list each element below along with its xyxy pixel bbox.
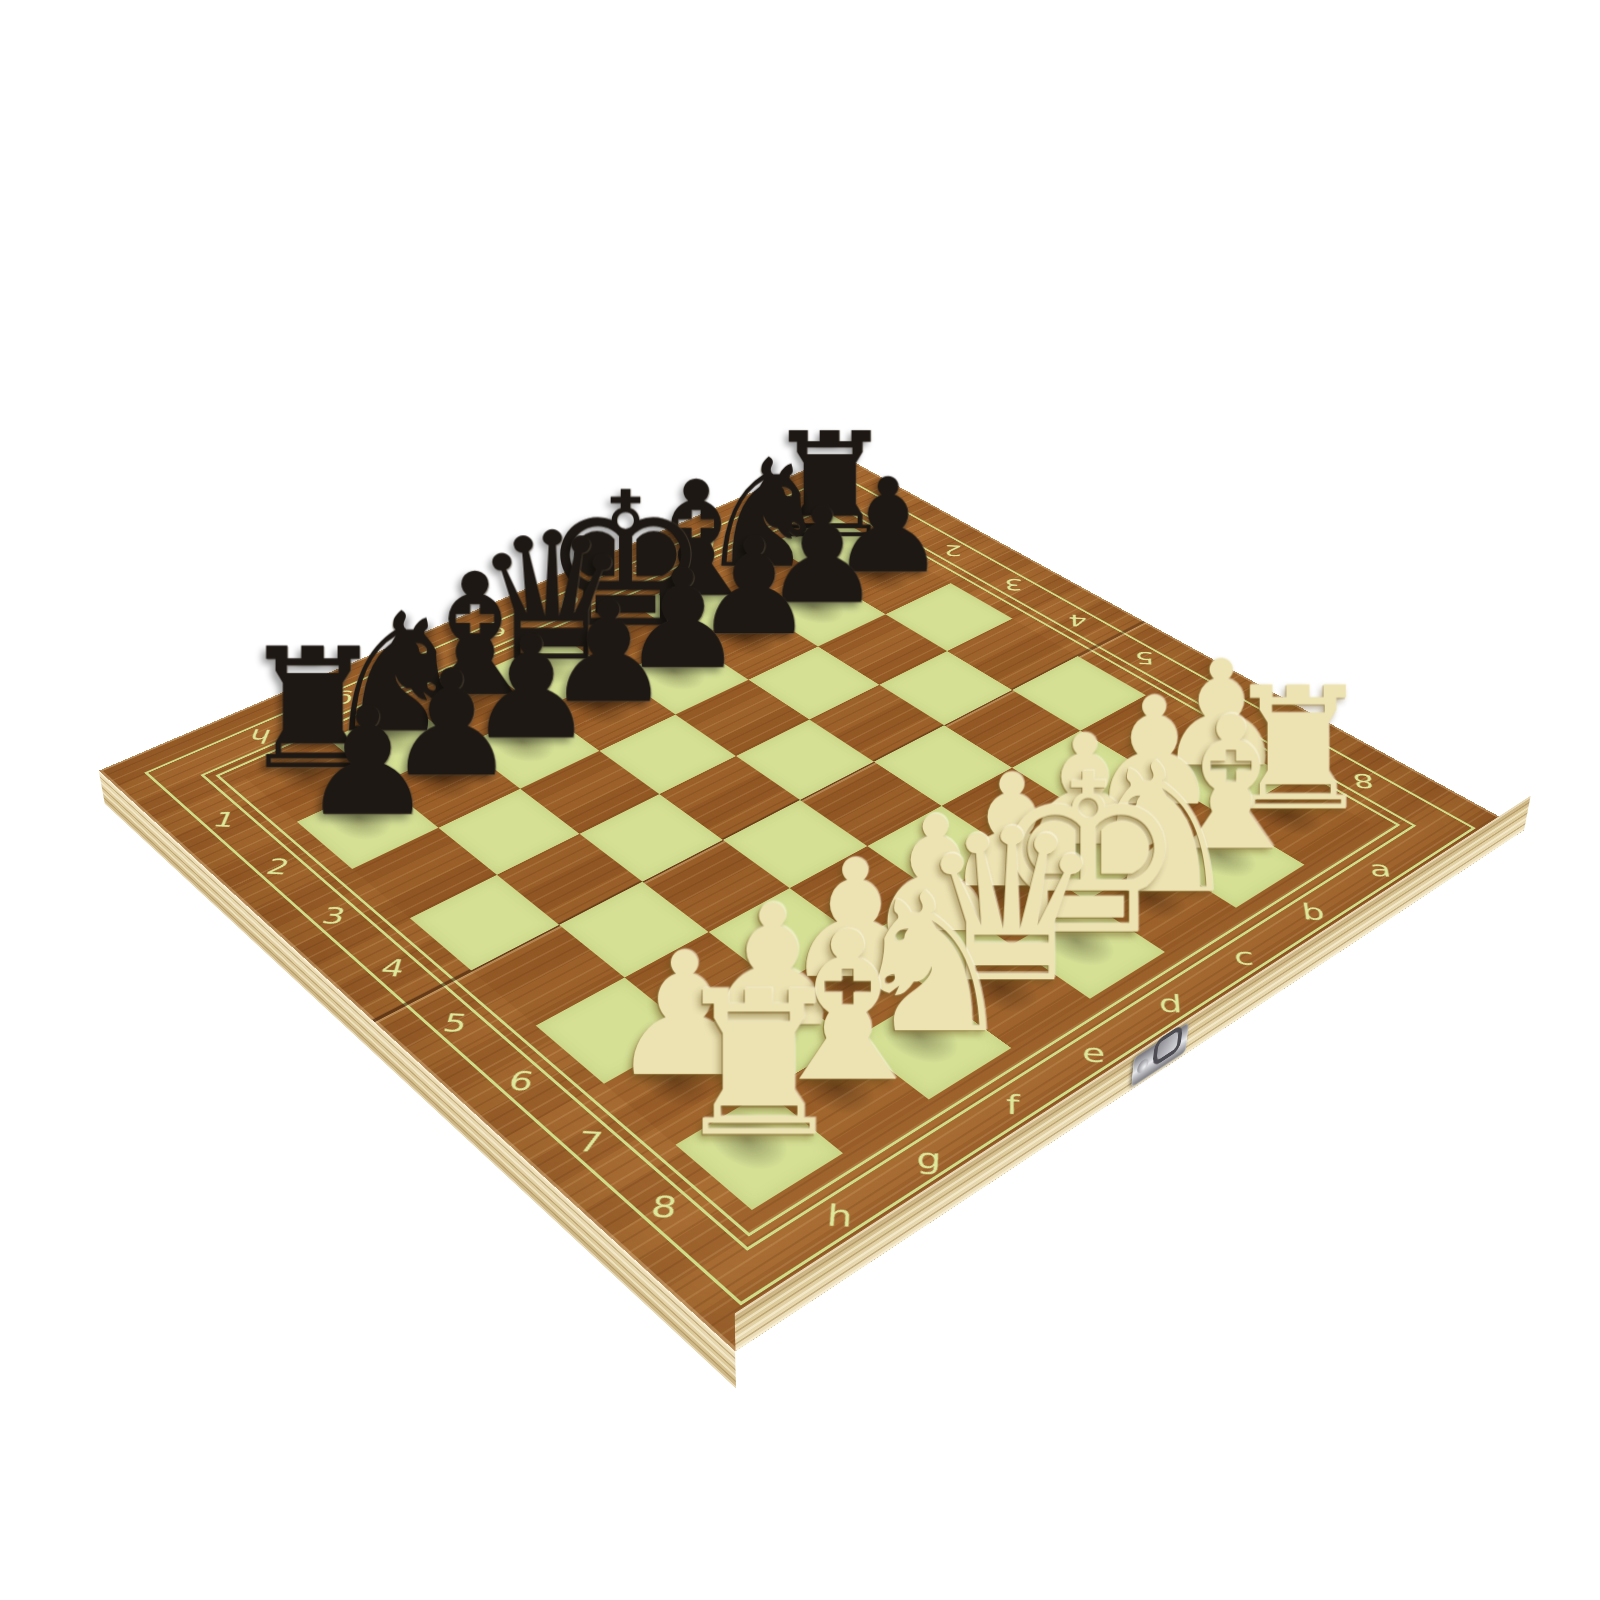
file-label-near-e: e (1082, 1040, 1106, 1066)
rank-label-near-1: 1 (210, 809, 239, 830)
rank-label-near-6: 6 (506, 1067, 536, 1094)
rank-label-far-2: 2 (943, 543, 962, 558)
rank-label-near-3: 3 (319, 904, 349, 927)
rank-label-near-8: 8 (649, 1192, 679, 1223)
rank-label-far-1: 1 (885, 510, 904, 525)
rank-label-far-5: 5 (1134, 649, 1155, 666)
rank-label-near-7: 7 (575, 1128, 605, 1157)
rank-label-near-4: 4 (378, 956, 408, 980)
file-label-near-f: f (1006, 1091, 1020, 1118)
file-label-near-d: d (1158, 991, 1183, 1016)
rank-label-near-5: 5 (440, 1010, 470, 1036)
board-grid: ♜♟♟♜♞♟♟♝♝♟♟♞♚♟♟♚♛♟♟♛♝♟♟♞♞♟♟♝♜♟♟♜ (244, 516, 1370, 1210)
file-label-far-d: d (558, 593, 581, 609)
file-label-far-b: b (697, 534, 718, 549)
file-label-near-a: a (1368, 858, 1393, 880)
file-label-far-c: c (630, 563, 649, 579)
square-h8[interactable]: ♜ (676, 1091, 843, 1210)
photo-scene: ♜♟♟♜♞♟♟♝♝♟♟♞♚♟♟♚♛♟♟♛♝♟♟♞♞♟♟♝♜♟♟♜ 11aa22b… (0, 0, 1600, 1600)
file-label-near-b: b (1301, 900, 1327, 923)
folding-chess-board: ♜♟♟♜♞♟♟♝♝♟♟♞♚♟♟♚♛♟♟♛♝♟♟♞♞♟♟♝♜♟♟♜ 11aa22b… (99, 455, 1524, 1352)
rank-label-far-4: 4 (1068, 612, 1088, 629)
file-label-near-g: g (915, 1144, 941, 1173)
chess-piece-white-rook[interactable]: ♜ (670, 965, 849, 1165)
board-top-face: ♜♟♟♜♞♟♟♝♝♟♟♞♚♟♟♚♛♟♟♛♝♟♟♞♞♟♟♝♜♟♟♜ 11aa22b… (99, 455, 1524, 1352)
chess-piece-black-pawn[interactable]: ♟ (300, 687, 434, 837)
file-label-far-a: a (763, 506, 782, 521)
file-label-near-h: h (826, 1201, 854, 1232)
rank-label-near-2: 2 (263, 856, 293, 878)
rank-label-far-3: 3 (1005, 577, 1024, 593)
file-label-near-c: c (1232, 945, 1254, 969)
